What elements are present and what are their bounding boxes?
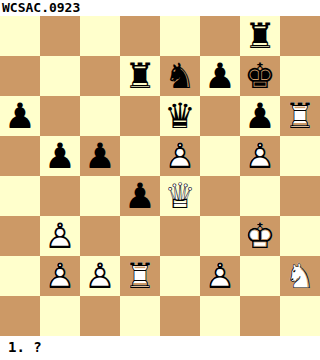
square-h3[interactable] — [280, 216, 320, 256]
piece-black-pawn: ♟ — [80, 136, 120, 176]
square-c2[interactable]: ♟♙ — [80, 256, 120, 296]
piece-white-queen: ♕ — [160, 176, 200, 216]
square-a5[interactable] — [0, 136, 40, 176]
chess-board: ♜♜♞♟♚♟♛♟♜♖♟♟♟♙♟♙♟♛♕♟♙♚♔♟♙♟♙♜♖♟♙♞♘ — [0, 16, 320, 336]
square-f6[interactable] — [200, 96, 240, 136]
square-g6[interactable]: ♟ — [240, 96, 280, 136]
square-e5[interactable]: ♟♙ — [160, 136, 200, 176]
piece-black-queen: ♛ — [160, 96, 200, 136]
square-h4[interactable] — [280, 176, 320, 216]
square-d4[interactable]: ♟ — [120, 176, 160, 216]
square-d2[interactable]: ♜♖ — [120, 256, 160, 296]
square-b1[interactable] — [40, 296, 80, 336]
square-d8[interactable] — [120, 16, 160, 56]
square-b8[interactable] — [40, 16, 80, 56]
move-prompt: 1. ? — [0, 336, 320, 360]
square-g7[interactable]: ♚ — [240, 56, 280, 96]
square-h2[interactable]: ♞♘ — [280, 256, 320, 296]
square-e1[interactable] — [160, 296, 200, 336]
piece-white-pawn-fill: ♟ — [200, 256, 240, 296]
square-h7[interactable] — [280, 56, 320, 96]
piece-white-pawn: ♙ — [160, 136, 200, 176]
piece-white-pawn-fill: ♟ — [40, 256, 80, 296]
piece-white-rook-fill: ♜ — [120, 256, 160, 296]
square-a1[interactable] — [0, 296, 40, 336]
square-f7[interactable]: ♟ — [200, 56, 240, 96]
square-f1[interactable] — [200, 296, 240, 336]
square-b7[interactable] — [40, 56, 80, 96]
square-c5[interactable]: ♟ — [80, 136, 120, 176]
square-f5[interactable] — [200, 136, 240, 176]
piece-white-pawn: ♙ — [200, 256, 240, 296]
piece-white-rook-fill: ♜ — [280, 96, 320, 136]
piece-white-king: ♔ — [240, 216, 280, 256]
square-c6[interactable] — [80, 96, 120, 136]
square-c1[interactable] — [80, 296, 120, 336]
square-h8[interactable] — [280, 16, 320, 56]
square-a7[interactable] — [0, 56, 40, 96]
square-f3[interactable] — [200, 216, 240, 256]
piece-black-rook: ♜ — [240, 16, 280, 56]
square-c3[interactable] — [80, 216, 120, 256]
piece-white-pawn-fill: ♟ — [240, 136, 280, 176]
square-c7[interactable] — [80, 56, 120, 96]
square-e4[interactable]: ♛♕ — [160, 176, 200, 216]
piece-white-pawn: ♙ — [40, 256, 80, 296]
square-a3[interactable] — [0, 216, 40, 256]
square-d5[interactable] — [120, 136, 160, 176]
square-b6[interactable] — [40, 96, 80, 136]
square-b2[interactable]: ♟♙ — [40, 256, 80, 296]
piece-white-rook: ♖ — [120, 256, 160, 296]
piece-black-knight: ♞ — [160, 56, 200, 96]
square-f2[interactable]: ♟♙ — [200, 256, 240, 296]
square-e6[interactable]: ♛ — [160, 96, 200, 136]
square-d1[interactable] — [120, 296, 160, 336]
piece-white-pawn-fill: ♟ — [160, 136, 200, 176]
square-g2[interactable] — [240, 256, 280, 296]
square-g8[interactable]: ♜ — [240, 16, 280, 56]
square-a8[interactable] — [0, 16, 40, 56]
square-e2[interactable] — [160, 256, 200, 296]
square-g4[interactable] — [240, 176, 280, 216]
piece-white-queen-fill: ♛ — [160, 176, 200, 216]
piece-white-knight-fill: ♞ — [280, 256, 320, 296]
piece-black-pawn: ♟ — [240, 96, 280, 136]
piece-white-rook: ♖ — [280, 96, 320, 136]
piece-black-pawn: ♟ — [40, 136, 80, 176]
square-c8[interactable] — [80, 16, 120, 56]
piece-black-pawn: ♟ — [200, 56, 240, 96]
piece-black-pawn: ♟ — [120, 176, 160, 216]
square-d3[interactable] — [120, 216, 160, 256]
piece-white-pawn-fill: ♟ — [80, 256, 120, 296]
square-f4[interactable] — [200, 176, 240, 216]
piece-white-pawn: ♙ — [40, 216, 80, 256]
square-d6[interactable] — [120, 96, 160, 136]
piece-white-pawn: ♙ — [240, 136, 280, 176]
piece-black-pawn: ♟ — [0, 96, 40, 136]
square-b5[interactable]: ♟ — [40, 136, 80, 176]
square-a6[interactable]: ♟ — [0, 96, 40, 136]
square-a4[interactable] — [0, 176, 40, 216]
piece-white-king-fill: ♚ — [240, 216, 280, 256]
piece-black-rook: ♜ — [120, 56, 160, 96]
square-g1[interactable] — [240, 296, 280, 336]
square-b4[interactable] — [40, 176, 80, 216]
square-c4[interactable] — [80, 176, 120, 216]
square-b3[interactable]: ♟♙ — [40, 216, 80, 256]
square-h5[interactable] — [280, 136, 320, 176]
piece-white-pawn-fill: ♟ — [40, 216, 80, 256]
square-h1[interactable] — [280, 296, 320, 336]
window-title: WCSAC.0923 — [0, 0, 320, 16]
piece-black-king: ♚ — [240, 56, 280, 96]
square-e8[interactable] — [160, 16, 200, 56]
square-g5[interactable]: ♟♙ — [240, 136, 280, 176]
square-e3[interactable] — [160, 216, 200, 256]
square-d7[interactable]: ♜ — [120, 56, 160, 96]
square-g3[interactable]: ♚♔ — [240, 216, 280, 256]
square-h6[interactable]: ♜♖ — [280, 96, 320, 136]
piece-white-pawn: ♙ — [80, 256, 120, 296]
square-e7[interactable]: ♞ — [160, 56, 200, 96]
square-a2[interactable] — [0, 256, 40, 296]
chess-puzzle-window: WCSAC.0923 ♜♜♞♟♚♟♛♟♜♖♟♟♟♙♟♙♟♛♕♟♙♚♔♟♙♟♙♜♖… — [0, 0, 320, 360]
square-f8[interactable] — [200, 16, 240, 56]
piece-white-knight: ♘ — [280, 256, 320, 296]
